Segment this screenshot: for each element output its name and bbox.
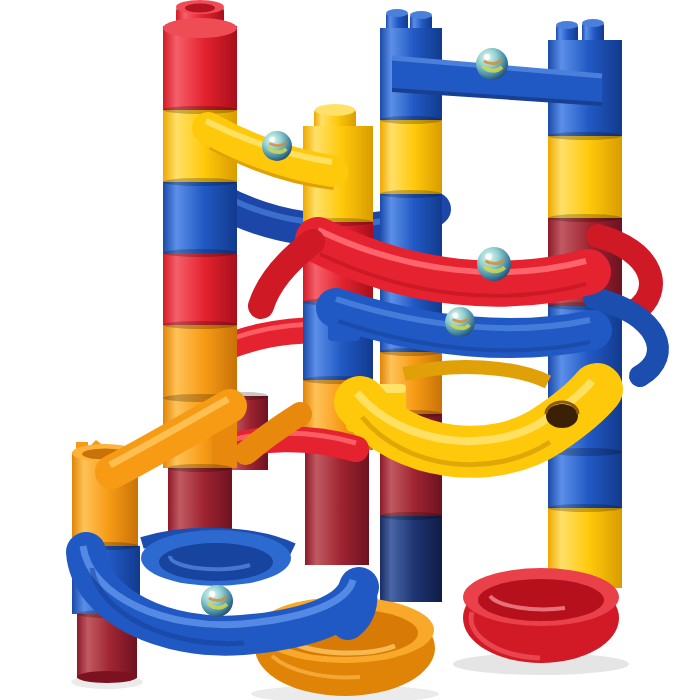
block-navy [380, 516, 442, 602]
block-blue [548, 452, 622, 508]
block-red [163, 253, 237, 325]
marble-run-photo [0, 0, 700, 700]
block-maroon [168, 468, 232, 534]
glass-marble [445, 307, 475, 337]
marble-drop-hole [546, 404, 578, 428]
block-red-cap [163, 26, 237, 110]
block-blue [163, 182, 237, 253]
cap-top [163, 18, 237, 38]
glass-marble [201, 585, 233, 617]
block-yellow [548, 136, 622, 218]
stud-top [556, 21, 578, 29]
glass-marble [477, 247, 511, 281]
stud-top [315, 104, 355, 116]
pillar-foot [77, 671, 137, 683]
cap-stud-rim [185, 4, 215, 13]
glass-marble [476, 48, 508, 80]
block-yellow [380, 120, 442, 194]
stud-top [582, 19, 604, 27]
block-orange [163, 325, 237, 398]
photo-stage [0, 0, 700, 700]
stud-top [410, 11, 432, 19]
glass-marble [262, 131, 292, 161]
red-base-dish [463, 568, 619, 663]
stud-top [386, 9, 408, 17]
block-maroon [305, 450, 369, 565]
